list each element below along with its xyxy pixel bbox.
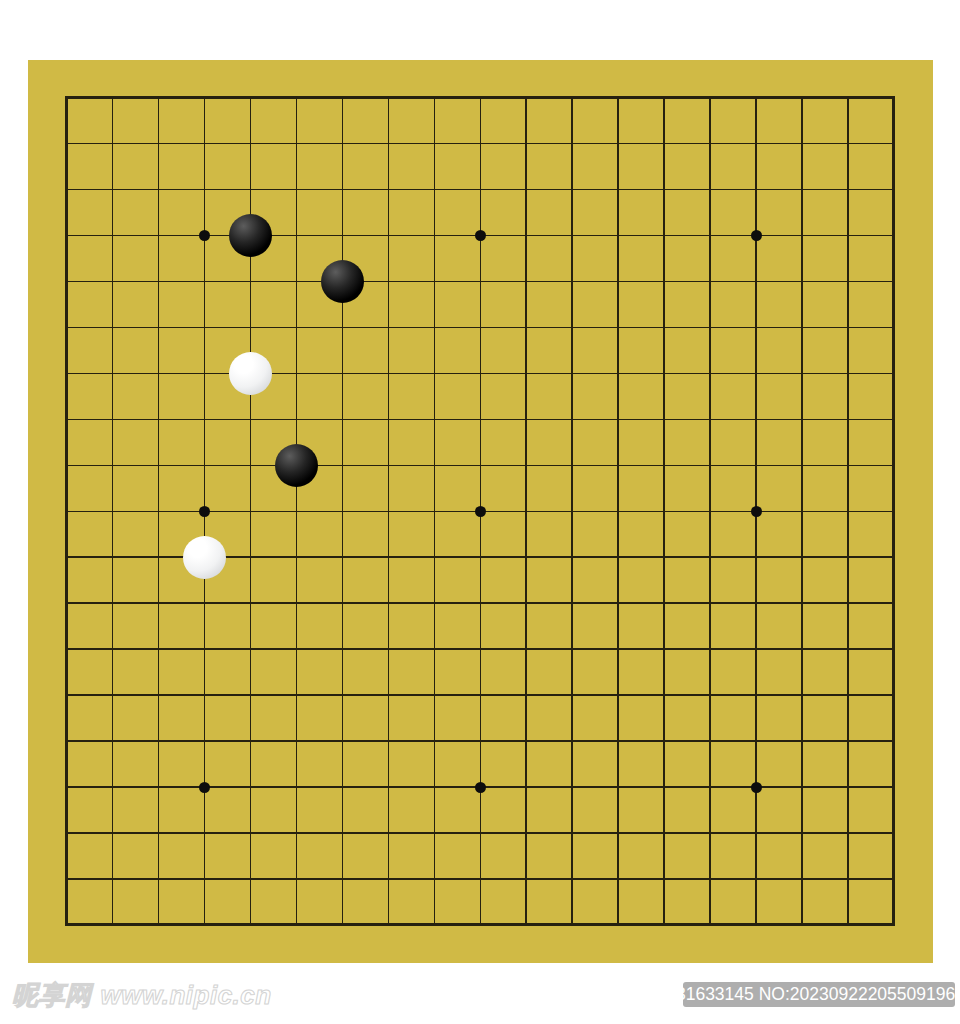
white-stone — [229, 352, 272, 395]
star-point — [199, 230, 210, 241]
star-point — [751, 506, 762, 517]
watermark-id-text: ID:31633145 NO:20230922205509196104 — [654, 984, 960, 1005]
watermark-site: 昵享网www.nipic.cn — [12, 982, 272, 1009]
site-url-text: www.nipic.cn — [101, 980, 272, 1010]
star-point — [751, 230, 762, 241]
watermark-id-badge: ID:31633145 NO:20230922205509196104 — [683, 982, 955, 1007]
black-stone — [229, 214, 272, 257]
black-stone — [275, 444, 318, 487]
star-point — [751, 782, 762, 793]
site-logo-text: 昵享网 — [12, 980, 92, 1010]
star-point — [199, 782, 210, 793]
white-stone — [183, 536, 226, 579]
board-intersections[interactable] — [44, 75, 917, 948]
stock-photo-canvas: 昵享网www.nipic.cn ID:31633145 NO:202309222… — [0, 0, 960, 1024]
star-point — [475, 230, 486, 241]
go-board[interactable] — [28, 60, 933, 963]
star-point — [475, 506, 486, 517]
star-point — [475, 782, 486, 793]
star-point — [199, 506, 210, 517]
black-stone — [321, 260, 364, 303]
